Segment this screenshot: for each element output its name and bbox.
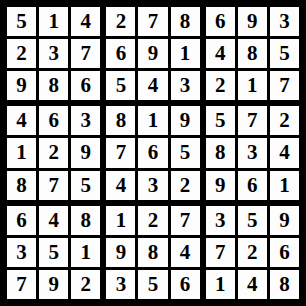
cell-r1c1[interactable]: 5 xyxy=(7,7,36,36)
cell-r3c3[interactable]: 6 xyxy=(71,71,100,100)
cell-r8c5[interactable]: 8 xyxy=(138,238,167,267)
cell-r7c7[interactable]: 3 xyxy=(206,206,235,235)
cell-r2c6[interactable]: 1 xyxy=(171,39,200,68)
cell-r5c4[interactable]: 7 xyxy=(106,138,135,167)
cell-r1c7[interactable]: 6 xyxy=(206,7,235,36)
cell-r7c3[interactable]: 8 xyxy=(71,206,100,235)
box-r1c3: 693485217 xyxy=(206,7,299,100)
cell-r7c6[interactable]: 7 xyxy=(171,206,200,235)
cell-r6c1[interactable]: 8 xyxy=(7,171,36,200)
cell-r4c1[interactable]: 4 xyxy=(7,106,36,135)
box-r2c2: 819765432 xyxy=(106,106,199,199)
cell-r3c4[interactable]: 5 xyxy=(106,71,135,100)
cell-r9c4[interactable]: 3 xyxy=(106,270,135,299)
cell-r8c6[interactable]: 4 xyxy=(171,238,200,267)
cell-r8c3[interactable]: 1 xyxy=(71,238,100,267)
box-r2c1: 463129875 xyxy=(7,106,100,199)
cell-r7c1[interactable]: 6 xyxy=(7,206,36,235)
cell-r2c3[interactable]: 7 xyxy=(71,39,100,68)
cell-r2c8[interactable]: 8 xyxy=(238,39,267,68)
cell-r5c8[interactable]: 3 xyxy=(238,138,267,167)
cell-r9c7[interactable]: 1 xyxy=(206,270,235,299)
cell-r1c4[interactable]: 2 xyxy=(106,7,135,36)
cell-r1c3[interactable]: 4 xyxy=(71,7,100,36)
cell-r3c5[interactable]: 4 xyxy=(138,71,167,100)
cell-r6c6[interactable]: 2 xyxy=(171,171,200,200)
cell-r4c7[interactable]: 5 xyxy=(206,106,235,135)
cell-r7c9[interactable]: 9 xyxy=(270,206,299,235)
box-r3c2: 127984356 xyxy=(106,206,199,299)
cell-r2c2[interactable]: 3 xyxy=(39,39,68,68)
cell-r2c4[interactable]: 6 xyxy=(106,39,135,68)
cell-r4c5[interactable]: 1 xyxy=(138,106,167,135)
cell-r6c5[interactable]: 3 xyxy=(138,171,167,200)
cell-r6c4[interactable]: 4 xyxy=(106,171,135,200)
cell-r4c8[interactable]: 7 xyxy=(238,106,267,135)
cell-r9c2[interactable]: 9 xyxy=(39,270,68,299)
cell-r3c9[interactable]: 7 xyxy=(270,71,299,100)
cell-r4c6[interactable]: 9 xyxy=(171,106,200,135)
cell-r4c4[interactable]: 8 xyxy=(106,106,135,135)
cell-r7c4[interactable]: 1 xyxy=(106,206,135,235)
cell-r6c2[interactable]: 7 xyxy=(39,171,68,200)
cell-r9c3[interactable]: 2 xyxy=(71,270,100,299)
cell-r9c8[interactable]: 4 xyxy=(238,270,267,299)
cell-r5c3[interactable]: 9 xyxy=(71,138,100,167)
cell-r8c2[interactable]: 5 xyxy=(39,238,68,267)
cell-r9c6[interactable]: 6 xyxy=(171,270,200,299)
cell-r6c8[interactable]: 6 xyxy=(238,171,267,200)
cell-r8c4[interactable]: 9 xyxy=(106,238,135,267)
cell-r2c1[interactable]: 2 xyxy=(7,39,36,68)
cell-r3c1[interactable]: 9 xyxy=(7,71,36,100)
cell-r7c5[interactable]: 2 xyxy=(138,206,167,235)
cell-r2c9[interactable]: 5 xyxy=(270,39,299,68)
cell-r9c9[interactable]: 8 xyxy=(270,270,299,299)
cell-r8c7[interactable]: 7 xyxy=(206,238,235,267)
cell-r5c6[interactable]: 5 xyxy=(171,138,200,167)
box-r1c1: 514237986 xyxy=(7,7,100,100)
cell-r2c5[interactable]: 9 xyxy=(138,39,167,68)
cell-r6c7[interactable]: 9 xyxy=(206,171,235,200)
cell-r4c9[interactable]: 2 xyxy=(270,106,299,135)
cell-r5c5[interactable]: 6 xyxy=(138,138,167,167)
box-r2c3: 572834961 xyxy=(206,106,299,199)
cell-r5c9[interactable]: 4 xyxy=(270,138,299,167)
box-r3c1: 648351792 xyxy=(7,206,100,299)
cell-r7c8[interactable]: 5 xyxy=(238,206,267,235)
cell-r3c8[interactable]: 1 xyxy=(238,71,267,100)
cell-r5c1[interactable]: 1 xyxy=(7,138,36,167)
cell-r3c7[interactable]: 2 xyxy=(206,71,235,100)
cell-r4c2[interactable]: 6 xyxy=(39,106,68,135)
cell-r3c6[interactable]: 3 xyxy=(171,71,200,100)
cell-r1c9[interactable]: 3 xyxy=(270,7,299,36)
cell-r1c8[interactable]: 9 xyxy=(238,7,267,36)
cell-r5c7[interactable]: 8 xyxy=(206,138,235,167)
cell-r8c9[interactable]: 6 xyxy=(270,238,299,267)
cell-r8c1[interactable]: 3 xyxy=(7,238,36,267)
cell-r6c9[interactable]: 1 xyxy=(270,171,299,200)
cell-r4c3[interactable]: 3 xyxy=(71,106,100,135)
cell-r8c8[interactable]: 2 xyxy=(238,238,267,267)
cell-r1c5[interactable]: 7 xyxy=(138,7,167,36)
cell-r3c2[interactable]: 8 xyxy=(39,71,68,100)
cell-r9c5[interactable]: 5 xyxy=(138,270,167,299)
cell-r9c1[interactable]: 7 xyxy=(7,270,36,299)
cell-r1c2[interactable]: 1 xyxy=(39,7,68,36)
sudoku-board: 5142379862786915436934852174631298758197… xyxy=(0,0,306,306)
cell-r1c6[interactable]: 8 xyxy=(171,7,200,36)
cell-r6c3[interactable]: 5 xyxy=(71,171,100,200)
box-r1c2: 278691543 xyxy=(106,7,199,100)
cell-r2c7[interactable]: 4 xyxy=(206,39,235,68)
box-r3c3: 359726148 xyxy=(206,206,299,299)
cell-r5c2[interactable]: 2 xyxy=(39,138,68,167)
cell-r7c2[interactable]: 4 xyxy=(39,206,68,235)
